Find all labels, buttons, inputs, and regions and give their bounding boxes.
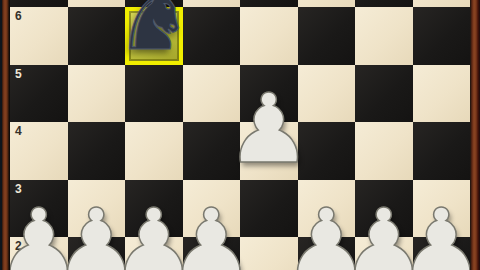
white-pawn-e4[interactable]: ♟ xyxy=(226,81,312,177)
square-c4[interactable] xyxy=(125,122,183,180)
square-g7[interactable] xyxy=(355,0,413,7)
square-h5[interactable] xyxy=(413,65,471,123)
rank-label-6: 6 xyxy=(15,10,22,22)
board-frame-right xyxy=(470,0,480,270)
square-e6[interactable] xyxy=(240,7,298,65)
square-h2[interactable]: ♟ xyxy=(413,237,471,270)
square-e7[interactable] xyxy=(240,0,298,7)
square-g4[interactable] xyxy=(355,122,413,180)
square-b5[interactable] xyxy=(68,65,126,123)
square-g6[interactable] xyxy=(355,7,413,65)
black-knight-c6[interactable]: ♞ xyxy=(115,0,192,62)
square-b4[interactable] xyxy=(68,122,126,180)
board-viewport: 6♞54♟32♟♟♟♟♟♟♟ xyxy=(0,0,480,270)
square-a5[interactable]: 5 xyxy=(10,65,68,123)
board-frame-left xyxy=(0,0,10,270)
rank-label-5: 5 xyxy=(15,68,22,80)
square-c6[interactable]: ♞ xyxy=(125,7,183,65)
rank-label-4: 4 xyxy=(15,125,22,137)
square-a4[interactable]: 4 xyxy=(10,122,68,180)
square-d2[interactable]: ♟ xyxy=(183,237,241,270)
square-c5[interactable] xyxy=(125,65,183,123)
square-f6[interactable] xyxy=(298,7,356,65)
white-pawn-h2[interactable]: ♟ xyxy=(398,196,480,270)
square-a7[interactable] xyxy=(10,0,68,7)
white-pawn-d2[interactable]: ♟ xyxy=(168,196,254,270)
square-f7[interactable] xyxy=(298,0,356,7)
square-h7[interactable] xyxy=(413,0,471,7)
square-h4[interactable] xyxy=(413,122,471,180)
square-g5[interactable] xyxy=(355,65,413,123)
square-a6[interactable]: 6 xyxy=(10,7,68,65)
chess-board: 6♞54♟32♟♟♟♟♟♟♟ xyxy=(10,0,470,270)
square-e4[interactable]: ♟ xyxy=(240,122,298,180)
square-h6[interactable] xyxy=(413,7,471,65)
